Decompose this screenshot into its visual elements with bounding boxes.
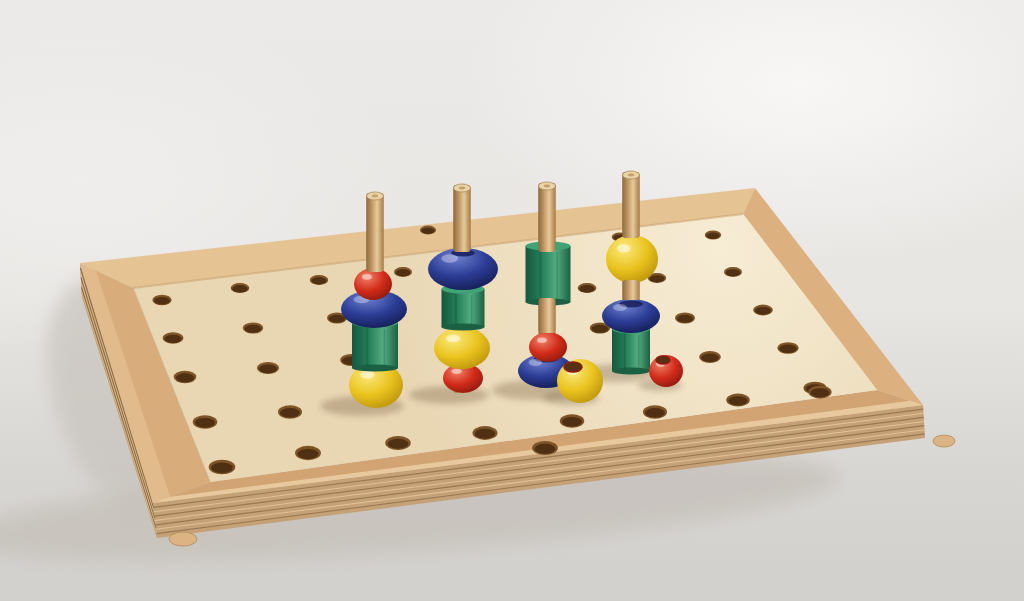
peg-hole[interactable] xyxy=(385,436,411,450)
studio-photo-scene xyxy=(0,0,1024,601)
peg-hole[interactable] xyxy=(643,405,667,418)
bead-blue-ring[interactable] xyxy=(428,248,498,290)
peg-hole[interactable] xyxy=(777,342,798,354)
peg-hole[interactable] xyxy=(231,283,250,293)
peg-hole[interactable] xyxy=(278,405,302,418)
bead-red-sphere[interactable] xyxy=(529,332,567,362)
bead-yellow-sphere[interactable] xyxy=(606,235,658,283)
bead-blue-ring[interactable] xyxy=(602,299,660,333)
peg-hole[interactable] xyxy=(193,415,218,428)
bead-thread-hole xyxy=(564,362,582,372)
peg-top xyxy=(454,184,471,192)
peg-hole[interactable] xyxy=(420,226,436,235)
bead-red-sphere[interactable] xyxy=(354,268,392,300)
peg-hole[interactable] xyxy=(174,371,197,383)
bead-green-cylinder[interactable] xyxy=(442,285,485,331)
peg-hole[interactable] xyxy=(209,460,236,475)
peg-hole[interactable] xyxy=(726,394,750,407)
bead-red-sphere[interactable] xyxy=(649,355,683,387)
peg-hole[interactable] xyxy=(808,386,831,399)
peg-top xyxy=(623,171,640,179)
peg-hole[interactable] xyxy=(532,441,558,455)
pegboard xyxy=(0,0,1024,601)
peg-hole[interactable] xyxy=(310,275,328,285)
peg-hole[interactable] xyxy=(578,283,597,293)
peg-hole[interactable] xyxy=(560,414,585,427)
peg-hole[interactable] xyxy=(257,362,279,374)
board-foot xyxy=(169,532,197,546)
peg-hole[interactable] xyxy=(753,305,773,316)
peg-hole[interactable] xyxy=(163,332,184,343)
peg-hole[interactable] xyxy=(699,351,721,363)
peg-hole[interactable] xyxy=(394,267,412,277)
peg-hole[interactable] xyxy=(675,313,695,324)
peg-hole[interactable] xyxy=(295,446,321,460)
board-foot xyxy=(933,435,955,447)
bead-yellow-sphere[interactable] xyxy=(434,327,490,369)
peg-hole[interactable] xyxy=(472,426,497,440)
peg-top xyxy=(539,182,556,190)
peg-hole[interactable] xyxy=(724,267,742,277)
peg-hole[interactable] xyxy=(705,231,721,240)
peg-top xyxy=(367,192,384,200)
peg-hole[interactable] xyxy=(243,322,263,333)
peg-hole[interactable] xyxy=(152,295,171,306)
bead-thread-hole xyxy=(656,356,670,364)
bead-yellow-sphere[interactable] xyxy=(557,359,603,403)
